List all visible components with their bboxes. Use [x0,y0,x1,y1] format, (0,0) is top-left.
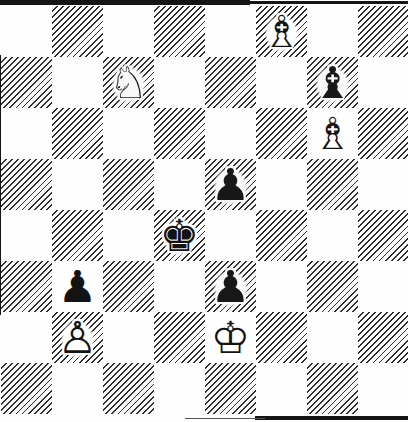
square-a1[interactable] [1,363,52,414]
square-a3[interactable] [1,261,52,312]
square-c4[interactable] [103,210,154,261]
scan-border-top [0,1,408,4]
white-king-e2: ♔ [211,312,250,363]
black-bishop-g7: ♝ [313,57,352,108]
square-b2[interactable]: ♙ [52,312,103,363]
square-a8[interactable] [1,6,52,57]
square-g5[interactable] [307,159,358,210]
square-h1[interactable] [358,363,408,414]
square-d7[interactable] [154,57,205,108]
black-pawn-e3: ♟ [211,261,250,312]
square-b8[interactable] [52,6,103,57]
square-f6[interactable] [256,108,307,159]
square-c8[interactable] [103,6,154,57]
square-e1[interactable] [205,363,256,414]
square-e3[interactable]: ♟ [205,261,256,312]
square-g8[interactable] [307,6,358,57]
square-d6[interactable] [154,108,205,159]
square-h6[interactable] [358,108,408,159]
square-c3[interactable] [103,261,154,312]
square-e7[interactable] [205,57,256,108]
square-b5[interactable] [52,159,103,210]
square-g7[interactable]: ♝ [307,57,358,108]
square-a2[interactable] [1,312,52,363]
white-bishop-f8: ♗ [262,6,301,57]
square-a4[interactable] [1,210,52,261]
black-king-d4: ♚ [160,210,199,261]
black-pawn-b3: ♟ [58,261,97,312]
scan-border-bottom-right [255,416,408,420]
square-b4[interactable] [52,210,103,261]
square-e5[interactable]: ♟ [205,159,256,210]
square-h5[interactable] [358,159,408,210]
square-f7[interactable] [256,57,307,108]
square-d5[interactable] [154,159,205,210]
square-b7[interactable] [52,57,103,108]
square-h3[interactable] [358,261,408,312]
white-bishop-g6: ♗ [313,108,352,159]
square-c5[interactable] [103,159,154,210]
square-c7[interactable]: ♘ [103,57,154,108]
white-pawn-b2: ♙ [58,312,97,363]
square-f3[interactable] [256,261,307,312]
square-d3[interactable] [154,261,205,312]
square-e4[interactable] [205,210,256,261]
square-b3[interactable]: ♟ [52,261,103,312]
square-d8[interactable] [154,6,205,57]
square-c1[interactable] [103,363,154,414]
square-e8[interactable] [205,6,256,57]
square-g6[interactable]: ♗ [307,108,358,159]
square-h8[interactable] [358,6,408,57]
square-e6[interactable] [205,108,256,159]
square-g2[interactable] [307,312,358,363]
square-h7[interactable] [358,57,408,108]
square-f8[interactable]: ♗ [256,6,307,57]
square-a7[interactable] [1,57,52,108]
square-d4[interactable]: ♚ [154,210,205,261]
square-c2[interactable] [103,312,154,363]
square-d1[interactable] [154,363,205,414]
square-g3[interactable] [307,261,358,312]
square-h2[interactable] [358,312,408,363]
square-c6[interactable] [103,108,154,159]
square-g4[interactable] [307,210,358,261]
chess-board: ♗♘♝♗♟♚♟♟♙♔ [1,6,408,414]
chess-diagram: ♗♘♝♗♟♚♟♟♙♔ [0,0,408,422]
square-d2[interactable] [154,312,205,363]
square-f1[interactable] [256,363,307,414]
black-pawn-e5: ♟ [211,159,250,210]
scan-border-bottom-thin [185,418,265,419]
white-knight-c7: ♘ [109,57,148,108]
square-b1[interactable] [52,363,103,414]
square-a5[interactable] [1,159,52,210]
square-h4[interactable] [358,210,408,261]
square-e2[interactable]: ♔ [205,312,256,363]
square-a6[interactable] [1,108,52,159]
square-f2[interactable] [256,312,307,363]
square-b6[interactable] [52,108,103,159]
square-g1[interactable] [307,363,358,414]
square-f4[interactable] [256,210,307,261]
square-f5[interactable] [256,159,307,210]
